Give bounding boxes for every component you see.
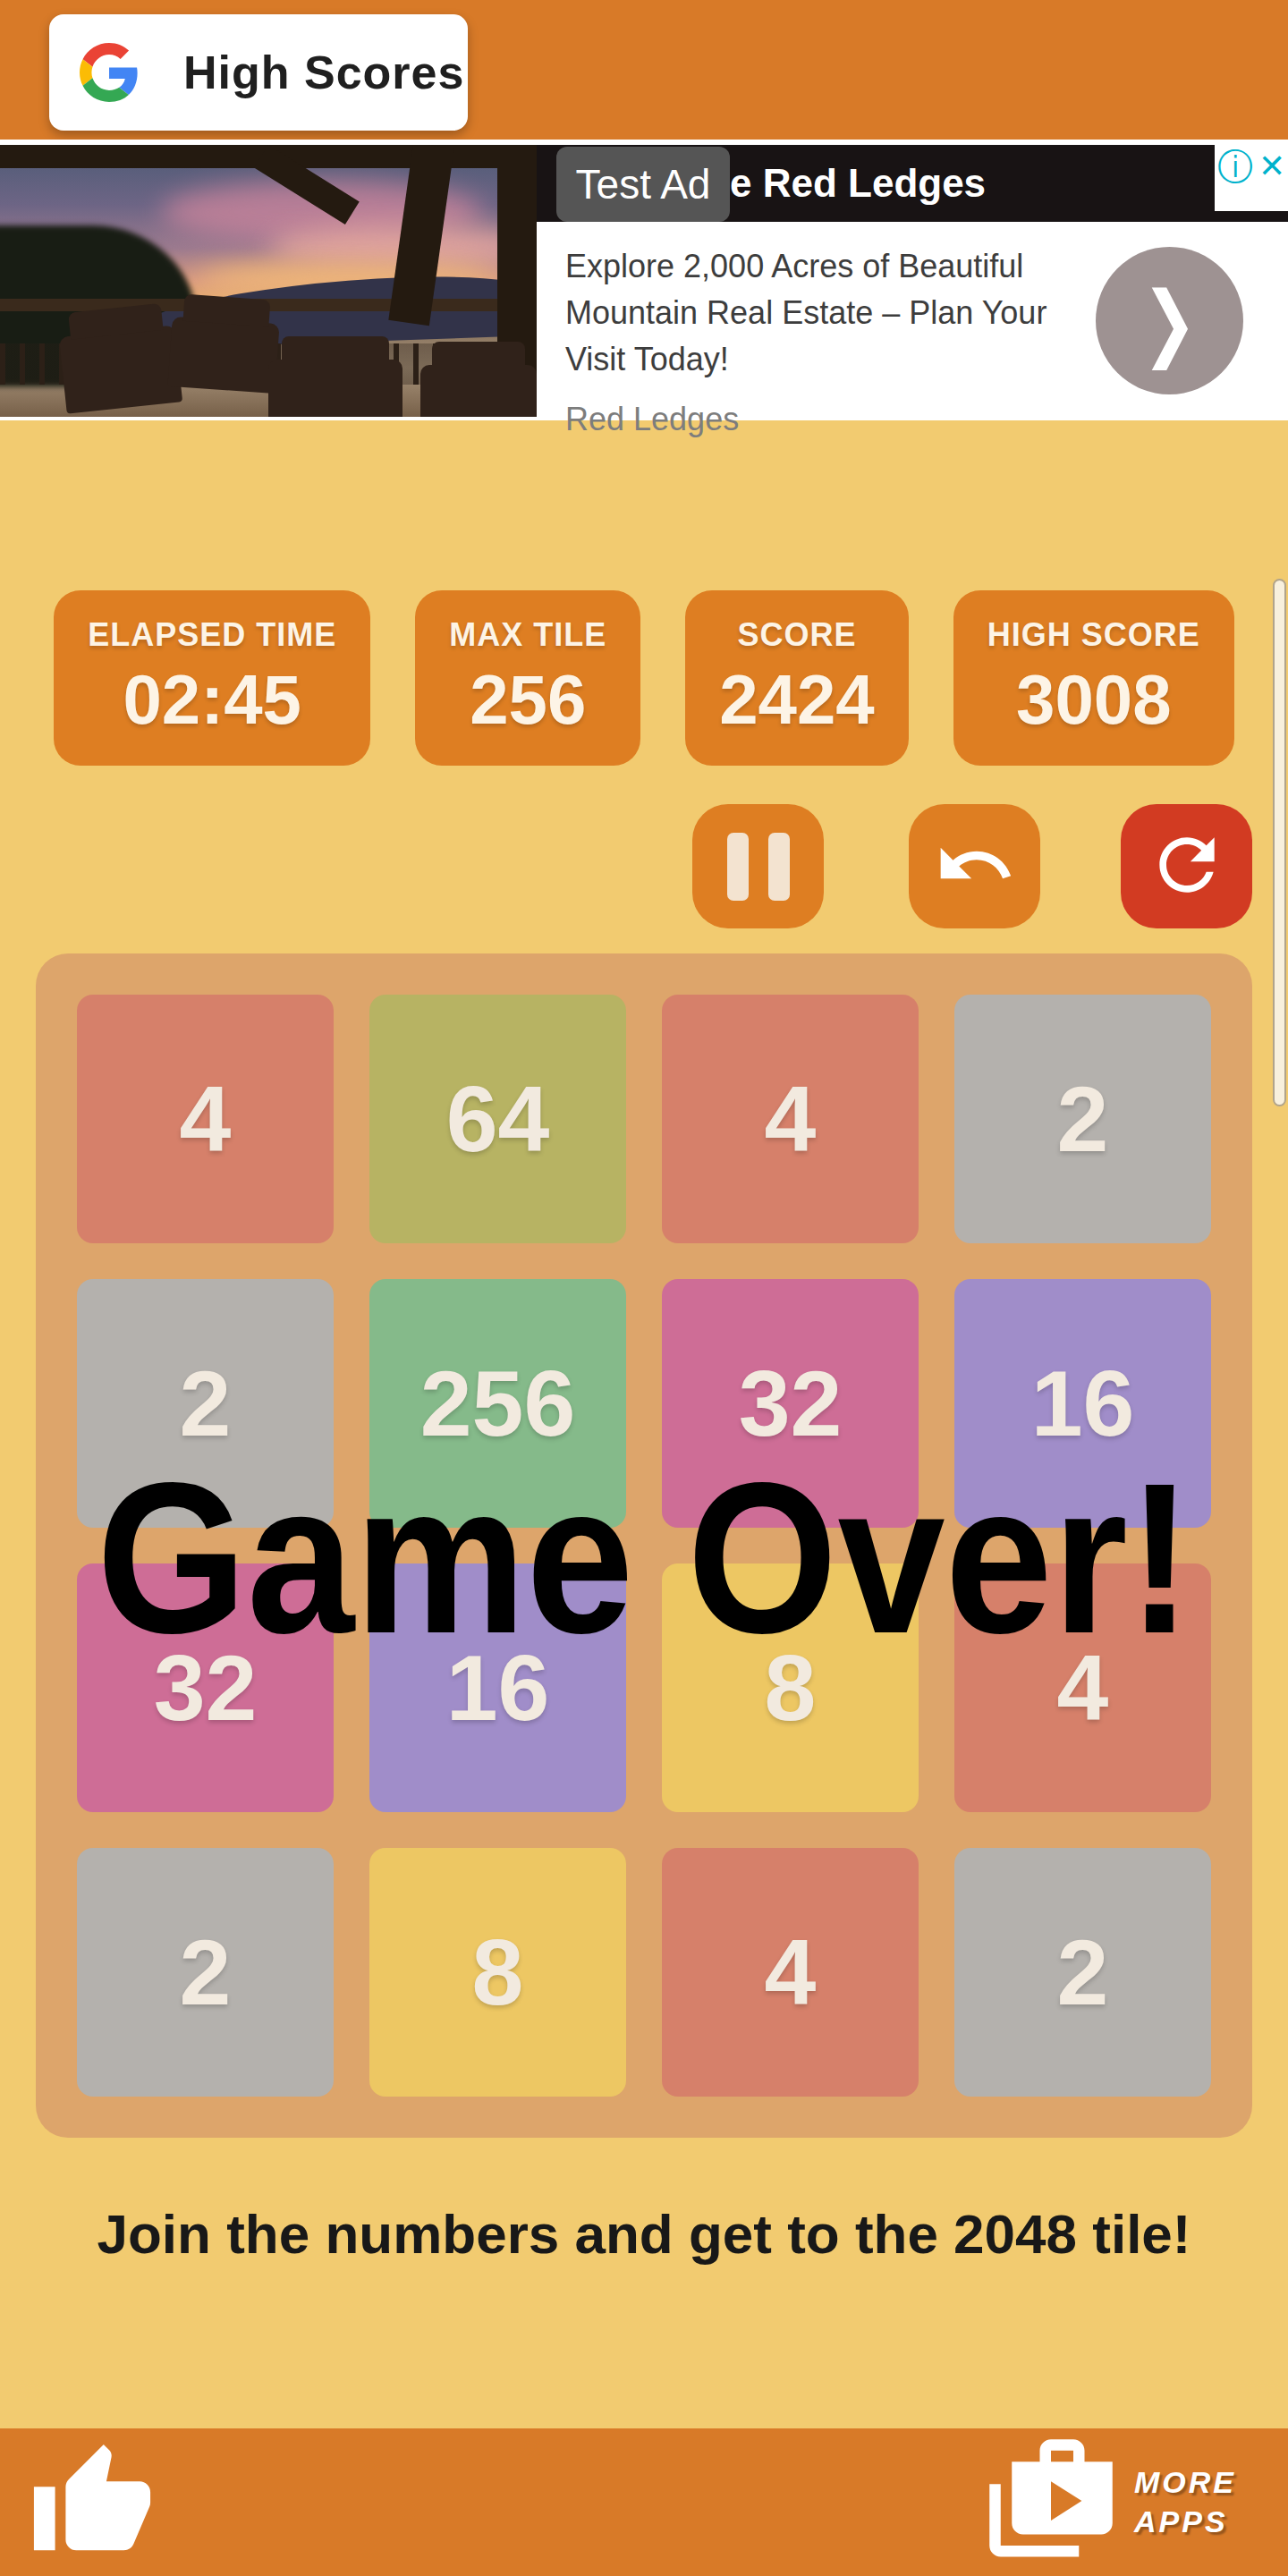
undo-icon (934, 824, 1016, 909)
stat-value: 256 (470, 659, 586, 741)
app-screen: High Scores e Red Ledges ⓘ ✕ (0, 0, 1288, 2576)
stat-value: 3008 (1016, 659, 1172, 741)
ad-cta-button[interactable]: ❯ (1096, 247, 1243, 394)
high-scores-label: High Scores (183, 46, 464, 99)
stat-high-score: HIGH SCORE 3008 (953, 590, 1234, 766)
chair-silhouette (268, 360, 402, 417)
stat-score: SCORE 2424 (685, 590, 909, 766)
ad-close-icon[interactable]: ✕ (1258, 147, 1285, 186)
pause-button[interactable] (692, 804, 824, 928)
tile-number: 4 (765, 1072, 817, 1165)
undo-button[interactable] (909, 804, 1040, 928)
tile-number: 2 (180, 1357, 232, 1450)
tile-r4c2: 8 (369, 1848, 626, 2097)
chevron-right-icon: ❯ (1141, 273, 1197, 369)
thumbs-up-button[interactable] (25, 2439, 159, 2566)
ad-info-icon[interactable]: ⓘ (1217, 147, 1253, 186)
tile-number: 64 (446, 1072, 550, 1165)
restart-button[interactable] (1121, 804, 1252, 928)
stats-row: ELAPSED TIME 02:45 MAX TILE 256 SCORE 24… (0, 590, 1288, 766)
ad-advertiser: Red Ledges (565, 401, 739, 438)
tile-r1c3: 4 (662, 995, 919, 1243)
tile-r4c3: 4 (662, 1848, 919, 2097)
ad-headline: e Red Ledges (730, 145, 986, 222)
play-store-bag-icon (984, 2434, 1118, 2571)
more-apps-label: MORE APPS (1134, 2462, 1236, 2541)
top-bar: High Scores (0, 0, 1288, 145)
scrollbar-thumb[interactable] (1273, 579, 1286, 1106)
ad-banner[interactable]: e Red Ledges ⓘ ✕ Test Ad Explore 2,000 A… (0, 140, 1288, 420)
high-scores-button[interactable]: High Scores (49, 14, 468, 131)
bottom-bar: MORE APPS (0, 2428, 1288, 2576)
google-g-icon (80, 43, 139, 102)
tile-number: 8 (472, 1926, 524, 2019)
chair-silhouette (59, 325, 182, 413)
stat-label: HIGH SCORE (987, 616, 1200, 654)
tile-r1c2: 64 (369, 995, 626, 1243)
stat-elapsed-time: ELAPSED TIME 02:45 (54, 590, 370, 766)
tile-number: 4 (180, 1072, 232, 1165)
stat-max-tile: MAX TILE 256 (415, 590, 640, 766)
tagline: Join the numbers and get to the 2048 til… (0, 2202, 1288, 2266)
pause-icon (727, 833, 749, 901)
chair-silhouette (420, 365, 537, 417)
more-apps-button[interactable]: MORE APPS (984, 2434, 1236, 2570)
ad-photo (0, 145, 537, 417)
tile-r4c4: 2 (954, 1848, 1211, 2097)
tile-number: 16 (1031, 1357, 1135, 1450)
pause-icon (768, 833, 790, 901)
tile-number: 4 (765, 1926, 817, 2019)
adchoices-box: ⓘ ✕ (1215, 145, 1288, 211)
chair-silhouette (167, 317, 279, 394)
game-over-text: Game Over! (0, 1451, 1288, 1665)
thumbs-up-icon (29, 2555, 156, 2569)
stat-label: SCORE (737, 616, 856, 654)
ad-body-text[interactable]: Explore 2,000 Acres of Beautiful Mountai… (565, 243, 1102, 384)
tile-number: 2 (1057, 1072, 1109, 1165)
tile-r1c4: 2 (954, 995, 1211, 1243)
stat-label: MAX TILE (449, 616, 606, 654)
tile-r1c1: 4 (77, 995, 334, 1243)
tile-number: 256 (420, 1357, 576, 1450)
restart-icon (1146, 824, 1228, 909)
stat-label: ELAPSED TIME (88, 616, 336, 654)
tile-number: 2 (180, 1926, 232, 2019)
stat-value: 2424 (719, 659, 875, 741)
tile-number: 2 (1057, 1926, 1109, 2019)
tile-r4c1: 2 (77, 1848, 334, 2097)
test-ad-label: Test Ad (556, 147, 730, 222)
tile-number: 32 (739, 1357, 843, 1450)
stat-value: 02:45 (123, 659, 301, 741)
